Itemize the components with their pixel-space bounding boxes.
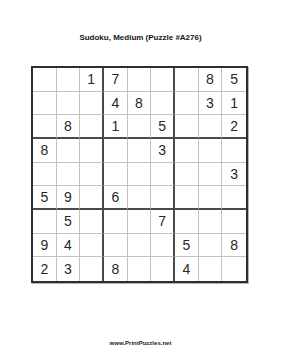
cell-r5c5 — [128, 163, 152, 187]
cell-r4c2 — [57, 139, 81, 163]
cell-r6c7 — [175, 186, 199, 210]
cell-r5c4 — [104, 163, 128, 187]
cell-r7c4 — [104, 210, 128, 234]
cell-r3c8 — [199, 115, 223, 139]
cell-r5c3 — [80, 163, 104, 187]
sudoku-grid: 1785483181528335965794582384 — [31, 66, 248, 283]
cell-r7c5 — [128, 210, 152, 234]
cell-r7c7 — [175, 210, 199, 234]
cell-r7c9 — [222, 210, 246, 234]
cell-r6c1: 5 — [33, 186, 57, 210]
cell-r3c2: 8 — [57, 115, 81, 139]
cell-r8c2: 4 — [57, 234, 81, 258]
cell-r2c7 — [175, 92, 199, 116]
cell-r5c6 — [151, 163, 175, 187]
cell-r6c9 — [222, 186, 246, 210]
cell-r1c3: 1 — [80, 68, 104, 92]
cell-r7c6: 7 — [151, 210, 175, 234]
cell-r2c4: 4 — [104, 92, 128, 116]
cell-r5c9: 3 — [222, 163, 246, 187]
cell-r4c3 — [80, 139, 104, 163]
cell-r5c2 — [57, 163, 81, 187]
cell-r4c8 — [199, 139, 223, 163]
cell-r2c6 — [151, 92, 175, 116]
cell-r1c7 — [175, 68, 199, 92]
cell-r8c7: 5 — [175, 234, 199, 258]
cell-r9c4: 8 — [104, 257, 128, 281]
cell-r1c8: 8 — [199, 68, 223, 92]
cell-r8c3 — [80, 234, 104, 258]
cell-r8c5 — [128, 234, 152, 258]
cell-r7c2: 5 — [57, 210, 81, 234]
cell-r9c6 — [151, 257, 175, 281]
cell-r3c3 — [80, 115, 104, 139]
cell-r3c5 — [128, 115, 152, 139]
cell-r1c2 — [57, 68, 81, 92]
cell-r3c9: 2 — [222, 115, 246, 139]
cell-r8c6 — [151, 234, 175, 258]
cell-r4c6: 3 — [151, 139, 175, 163]
cell-r4c9 — [222, 139, 246, 163]
cell-r1c6 — [151, 68, 175, 92]
cell-r2c1 — [33, 92, 57, 116]
cell-r9c3 — [80, 257, 104, 281]
cell-r1c1 — [33, 68, 57, 92]
cell-r4c4 — [104, 139, 128, 163]
cell-r5c8 — [199, 163, 223, 187]
cell-r8c9: 8 — [222, 234, 246, 258]
cell-r3c1 — [33, 115, 57, 139]
puzzle-page: Sudoku, Medium (Puzzle #A276) 1785483181… — [0, 0, 281, 363]
cell-r9c8 — [199, 257, 223, 281]
cell-r6c3 — [80, 186, 104, 210]
cell-r5c7 — [175, 163, 199, 187]
cell-r5c1 — [33, 163, 57, 187]
cell-r9c5 — [128, 257, 152, 281]
cell-r9c9 — [222, 257, 246, 281]
cell-r3c4: 1 — [104, 115, 128, 139]
cell-r1c4: 7 — [104, 68, 128, 92]
cell-r7c1 — [33, 210, 57, 234]
cell-r6c5 — [128, 186, 152, 210]
cell-r2c2 — [57, 92, 81, 116]
cell-r6c2: 9 — [57, 186, 81, 210]
cell-r4c7 — [175, 139, 199, 163]
cell-r8c4 — [104, 234, 128, 258]
cell-r2c9: 1 — [222, 92, 246, 116]
cell-r7c3 — [80, 210, 104, 234]
footer-url: www.PrintPuzzles.net — [0, 339, 281, 347]
cell-r1c9: 5 — [222, 68, 246, 92]
cell-r2c3 — [80, 92, 104, 116]
cell-r1c5 — [128, 68, 152, 92]
cell-r6c4: 6 — [104, 186, 128, 210]
cell-r2c5: 8 — [128, 92, 152, 116]
cell-r4c5 — [128, 139, 152, 163]
cell-r3c6: 5 — [151, 115, 175, 139]
cell-r4c1: 8 — [33, 139, 57, 163]
cell-r9c2: 3 — [57, 257, 81, 281]
cell-r8c8 — [199, 234, 223, 258]
cell-r9c1: 2 — [33, 257, 57, 281]
cell-r7c8 — [199, 210, 223, 234]
cell-r3c7 — [175, 115, 199, 139]
cell-r9c7: 4 — [175, 257, 199, 281]
cell-r2c8: 3 — [199, 92, 223, 116]
cell-r6c6 — [151, 186, 175, 210]
cell-r8c1: 9 — [33, 234, 57, 258]
cell-r6c8 — [199, 186, 223, 210]
puzzle-title: Sudoku, Medium (Puzzle #A276) — [0, 33, 281, 43]
